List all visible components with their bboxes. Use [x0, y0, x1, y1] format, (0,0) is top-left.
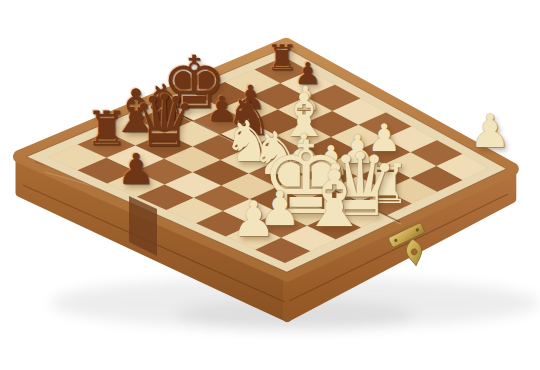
chess-set-photo: ♜♟♟♚♟♞♞♝♛♜♟♟♟♝♟♟♟♜♞♞♛♚♝♟♟♟: [0, 0, 540, 370]
piece-black-rook-a8[interactable]: ♜: [266, 40, 298, 75]
piece-white-bishop-h3[interactable]: ♝: [299, 161, 369, 239]
pieces-layer: ♜♟♟♚♟♞♞♝♛♜♟♟♟♝♟♟♟♜♞♞♛♚♝♟♟♟: [0, 0, 540, 370]
piece-white-pawn-rim[interactable]: ♟: [469, 109, 510, 155]
piece-white-pawn-g1[interactable]: ♟: [232, 196, 276, 245]
piece-black-pawn-c1[interactable]: ♟: [117, 148, 155, 191]
